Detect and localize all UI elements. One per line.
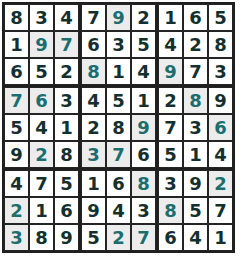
cell-r8c1[interactable]: 2	[4, 197, 29, 224]
cell-r5c7[interactable]: 7	[158, 114, 183, 141]
cell-r4c1[interactable]: 7	[4, 87, 29, 114]
cell-r3c9[interactable]: 3	[208, 58, 233, 85]
cell-r3c7[interactable]: 9	[158, 58, 183, 85]
cell-r8c5[interactable]: 4	[106, 197, 131, 224]
cell-r8c7[interactable]: 8	[158, 197, 183, 224]
cell-r7c3[interactable]: 5	[54, 170, 79, 197]
cell-r9c4[interactable]: 5	[81, 224, 106, 251]
cell-r6c4[interactable]: 3	[81, 141, 106, 168]
cell-r4c2[interactable]: 6	[29, 87, 54, 114]
cell-r3c4[interactable]: 8	[81, 58, 106, 85]
cell-r4c7[interactable]: 2	[158, 87, 183, 114]
cell-r1c3[interactable]: 4	[54, 4, 79, 31]
cell-r3c8[interactable]: 7	[183, 58, 208, 85]
cell-r5c2[interactable]: 4	[29, 114, 54, 141]
cell-r9c6[interactable]: 7	[131, 224, 156, 251]
cell-r7c9[interactable]: 2	[208, 170, 233, 197]
cell-r6c7[interactable]: 5	[158, 141, 183, 168]
box-2-3: 289736514	[158, 87, 233, 168]
cell-r2c7[interactable]: 4	[158, 31, 183, 58]
cell-r9c9[interactable]: 1	[208, 224, 233, 251]
cell-r3c1[interactable]: 6	[4, 58, 29, 85]
cell-r2c2[interactable]: 9	[29, 31, 54, 58]
cell-r1c8[interactable]: 6	[183, 4, 208, 31]
cell-r3c6[interactable]: 4	[131, 58, 156, 85]
box-3-1: 475216389	[4, 170, 79, 251]
cell-r9c7[interactable]: 6	[158, 224, 183, 251]
box-3-2: 168943527	[81, 170, 156, 251]
cell-r2c6[interactable]: 5	[131, 31, 156, 58]
cell-r9c2[interactable]: 8	[29, 224, 54, 251]
cell-r6c8[interactable]: 1	[183, 141, 208, 168]
cell-r9c8[interactable]: 4	[183, 224, 208, 251]
cell-r7c7[interactable]: 3	[158, 170, 183, 197]
cell-r8c4[interactable]: 9	[81, 197, 106, 224]
cell-r9c3[interactable]: 9	[54, 224, 79, 251]
cell-r5c3[interactable]: 1	[54, 114, 79, 141]
cell-r7c1[interactable]: 4	[4, 170, 29, 197]
cell-r1c9[interactable]: 5	[208, 4, 233, 31]
box-2-2: 451289376	[81, 87, 156, 168]
cell-r2c1[interactable]: 1	[4, 31, 29, 58]
cell-r7c6[interactable]: 8	[131, 170, 156, 197]
sudoku-board: 8341976527926358141654289737635419284512…	[2, 2, 235, 253]
cell-r8c2[interactable]: 1	[29, 197, 54, 224]
cell-r7c5[interactable]: 6	[106, 170, 131, 197]
cell-r2c8[interactable]: 2	[183, 31, 208, 58]
cell-r2c3[interactable]: 7	[54, 31, 79, 58]
cell-r5c8[interactable]: 3	[183, 114, 208, 141]
cell-r6c5[interactable]: 7	[106, 141, 131, 168]
cell-r5c5[interactable]: 8	[106, 114, 131, 141]
cell-r4c5[interactable]: 5	[106, 87, 131, 114]
cell-r8c3[interactable]: 6	[54, 197, 79, 224]
cell-r6c2[interactable]: 2	[29, 141, 54, 168]
cell-r6c1[interactable]: 9	[4, 141, 29, 168]
cell-r2c9[interactable]: 8	[208, 31, 233, 58]
cell-r4c9[interactable]: 9	[208, 87, 233, 114]
cell-r2c5[interactable]: 3	[106, 31, 131, 58]
cell-r6c6[interactable]: 6	[131, 141, 156, 168]
cell-r1c6[interactable]: 2	[131, 4, 156, 31]
cell-r4c3[interactable]: 3	[54, 87, 79, 114]
cell-r6c9[interactable]: 4	[208, 141, 233, 168]
box-1-1: 834197652	[4, 4, 79, 85]
cell-r3c3[interactable]: 2	[54, 58, 79, 85]
cell-r5c6[interactable]: 9	[131, 114, 156, 141]
box-2-1: 763541928	[4, 87, 79, 168]
cell-r5c1[interactable]: 5	[4, 114, 29, 141]
cell-r1c5[interactable]: 9	[106, 4, 131, 31]
cell-r1c2[interactable]: 3	[29, 4, 54, 31]
cell-r9c1[interactable]: 3	[4, 224, 29, 251]
cell-r1c1[interactable]: 8	[4, 4, 29, 31]
cell-r8c8[interactable]: 5	[183, 197, 208, 224]
cell-r7c4[interactable]: 1	[81, 170, 106, 197]
cell-r6c3[interactable]: 8	[54, 141, 79, 168]
box-1-3: 165428973	[158, 4, 233, 85]
cell-r4c4[interactable]: 4	[81, 87, 106, 114]
box-1-2: 792635814	[81, 4, 156, 85]
cell-r4c6[interactable]: 1	[131, 87, 156, 114]
cell-r4c8[interactable]: 8	[183, 87, 208, 114]
cell-r9c5[interactable]: 2	[106, 224, 131, 251]
cell-r8c6[interactable]: 3	[131, 197, 156, 224]
cell-r8c9[interactable]: 7	[208, 197, 233, 224]
cell-r1c4[interactable]: 7	[81, 4, 106, 31]
cell-r5c4[interactable]: 2	[81, 114, 106, 141]
cell-r7c8[interactable]: 9	[183, 170, 208, 197]
cell-r1c7[interactable]: 1	[158, 4, 183, 31]
box-3-3: 392857641	[158, 170, 233, 251]
cell-r5c9[interactable]: 6	[208, 114, 233, 141]
cell-r3c5[interactable]: 1	[106, 58, 131, 85]
cell-r2c4[interactable]: 6	[81, 31, 106, 58]
cell-r7c2[interactable]: 7	[29, 170, 54, 197]
cell-r3c2[interactable]: 5	[29, 58, 54, 85]
